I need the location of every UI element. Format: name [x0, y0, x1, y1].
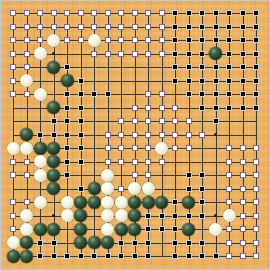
white-territory-marker[interactable]	[64, 10, 70, 16]
white-territory-marker[interactable]	[145, 118, 151, 124]
white-territory-marker[interactable]	[253, 172, 259, 178]
black-territory-marker[interactable]	[91, 91, 97, 97]
white-stone[interactable]	[61, 196, 74, 209]
black-territory-marker[interactable]	[145, 226, 151, 232]
white-territory-marker[interactable]	[132, 10, 138, 16]
black-stone[interactable]	[20, 236, 33, 249]
white-territory-marker[interactable]	[91, 10, 97, 16]
black-stone[interactable]	[115, 223, 128, 236]
white-territory-marker[interactable]	[253, 226, 259, 232]
black-territory-marker[interactable]	[105, 91, 111, 97]
black-stone[interactable]	[101, 236, 114, 249]
white-territory-marker[interactable]	[105, 24, 111, 30]
black-stone[interactable]	[20, 250, 33, 263]
black-territory-marker[interactable]	[159, 213, 165, 219]
black-territory-marker[interactable]	[240, 51, 246, 57]
white-stone[interactable]	[101, 209, 114, 222]
black-stone[interactable]	[155, 196, 168, 209]
white-territory-marker[interactable]	[118, 132, 124, 138]
white-territory-marker[interactable]	[78, 10, 84, 16]
white-territory-marker[interactable]	[118, 145, 124, 151]
white-territory-marker[interactable]	[118, 24, 124, 30]
black-territory-marker[interactable]	[64, 91, 70, 97]
white-stone[interactable]	[115, 209, 128, 222]
black-territory-marker[interactable]	[51, 132, 57, 138]
white-territory-marker[interactable]	[132, 172, 138, 178]
white-territory-marker[interactable]	[10, 37, 16, 43]
white-territory-marker[interactable]	[132, 51, 138, 57]
white-territory-marker[interactable]	[186, 132, 192, 138]
white-stone[interactable]	[34, 88, 47, 101]
black-territory-marker[interactable]	[78, 253, 84, 259]
black-territory-marker[interactable]	[145, 213, 151, 219]
black-territory-marker[interactable]	[199, 213, 205, 219]
white-territory-marker[interactable]	[172, 145, 178, 151]
white-stone[interactable]	[223, 209, 236, 222]
white-stone[interactable]	[101, 196, 114, 209]
black-territory-marker[interactable]	[213, 91, 219, 97]
white-territory-marker[interactable]	[132, 132, 138, 138]
black-territory-marker[interactable]	[199, 10, 205, 16]
white-territory-marker[interactable]	[159, 118, 165, 124]
white-stone[interactable]	[115, 196, 128, 209]
white-territory-marker[interactable]	[37, 10, 43, 16]
white-territory-marker[interactable]	[253, 253, 259, 259]
white-territory-marker[interactable]	[240, 145, 246, 151]
white-stone[interactable]	[61, 209, 74, 222]
black-stone[interactable]	[142, 196, 155, 209]
black-territory-marker[interactable]	[145, 253, 151, 259]
white-territory-marker[interactable]	[145, 24, 151, 30]
black-stone[interactable]	[47, 142, 60, 155]
black-territory-marker[interactable]	[226, 78, 232, 84]
black-territory-marker[interactable]	[213, 105, 219, 111]
white-territory-marker[interactable]	[10, 213, 16, 219]
black-stone[interactable]	[47, 223, 60, 236]
black-territory-marker[interactable]	[186, 78, 192, 84]
black-stone[interactable]	[47, 101, 60, 114]
black-territory-marker[interactable]	[91, 253, 97, 259]
black-stone[interactable]	[74, 196, 87, 209]
black-territory-marker[interactable]	[226, 37, 232, 43]
white-territory-marker[interactable]	[24, 172, 30, 178]
white-territory-marker[interactable]	[253, 159, 259, 165]
white-stone[interactable]	[101, 182, 114, 195]
black-territory-marker[interactable]	[78, 145, 84, 151]
white-territory-marker[interactable]	[24, 199, 30, 205]
white-territory-marker[interactable]	[10, 51, 16, 57]
black-stone[interactable]	[34, 223, 47, 236]
white-territory-marker[interactable]	[159, 37, 165, 43]
star-point	[52, 52, 55, 55]
black-territory-marker[interactable]	[213, 253, 219, 259]
white-territory-marker[interactable]	[105, 10, 111, 16]
black-stone[interactable]	[74, 236, 87, 249]
black-territory-marker[interactable]	[226, 24, 232, 30]
black-territory-marker[interactable]	[172, 64, 178, 70]
white-territory-marker[interactable]	[253, 186, 259, 192]
black-territory-marker[interactable]	[64, 64, 70, 70]
white-territory-marker[interactable]	[145, 159, 151, 165]
white-territory-marker[interactable]	[10, 91, 16, 97]
black-stone[interactable]	[47, 155, 60, 168]
white-stone[interactable]	[155, 142, 168, 155]
black-stone[interactable]	[88, 182, 101, 195]
black-territory-marker[interactable]	[253, 105, 259, 111]
white-territory-marker[interactable]	[226, 172, 232, 178]
white-stone[interactable]	[34, 169, 47, 182]
white-territory-marker[interactable]	[186, 145, 192, 151]
white-territory-marker[interactable]	[105, 132, 111, 138]
black-territory-marker[interactable]	[172, 213, 178, 219]
white-territory-marker[interactable]	[105, 51, 111, 57]
white-territory-marker[interactable]	[10, 78, 16, 84]
black-territory-marker[interactable]	[226, 64, 232, 70]
black-territory-marker[interactable]	[253, 78, 259, 84]
black-territory-marker[interactable]	[240, 10, 246, 16]
black-territory-marker[interactable]	[64, 145, 70, 151]
black-territory-marker[interactable]	[186, 64, 192, 70]
white-territory-marker[interactable]	[145, 91, 151, 97]
white-territory-marker[interactable]	[132, 118, 138, 124]
black-territory-marker[interactable]	[186, 186, 192, 192]
white-stone[interactable]	[7, 142, 20, 155]
black-territory-marker[interactable]	[186, 213, 192, 219]
black-territory-marker[interactable]	[199, 172, 205, 178]
white-territory-marker[interactable]	[132, 37, 138, 43]
white-territory-marker[interactable]	[105, 159, 111, 165]
white-territory-marker[interactable]	[145, 37, 151, 43]
black-territory-marker[interactable]	[253, 91, 259, 97]
white-territory-marker[interactable]	[10, 172, 16, 178]
black-territory-marker[interactable]	[172, 240, 178, 246]
white-territory-marker[interactable]	[172, 105, 178, 111]
black-territory-marker[interactable]	[199, 78, 205, 84]
star-point	[214, 214, 217, 217]
white-territory-marker[interactable]	[145, 132, 151, 138]
star-point	[214, 133, 217, 136]
white-territory-marker[interactable]	[10, 64, 16, 70]
black-territory-marker[interactable]	[253, 37, 259, 43]
white-territory-marker[interactable]	[240, 186, 246, 192]
white-stone[interactable]	[20, 209, 33, 222]
black-territory-marker[interactable]	[132, 253, 138, 259]
black-stone[interactable]	[34, 142, 47, 155]
white-territory-marker[interactable]	[240, 226, 246, 232]
white-territory-marker[interactable]	[24, 64, 30, 70]
black-stone[interactable]	[47, 61, 60, 74]
white-territory-marker[interactable]	[145, 105, 151, 111]
white-territory-marker[interactable]	[145, 10, 151, 16]
black-territory-marker[interactable]	[186, 24, 192, 30]
star-point	[52, 214, 55, 217]
white-stone[interactable]	[20, 74, 33, 87]
white-territory-marker[interactable]	[64, 24, 70, 30]
white-territory-marker[interactable]	[64, 37, 70, 43]
black-territory-marker[interactable]	[186, 253, 192, 259]
white-territory-marker[interactable]	[159, 159, 165, 165]
white-territory-marker[interactable]	[240, 240, 246, 246]
black-territory-marker[interactable]	[172, 78, 178, 84]
white-territory-marker[interactable]	[118, 51, 124, 57]
black-territory-marker[interactable]	[118, 240, 124, 246]
black-territory-marker[interactable]	[172, 10, 178, 16]
white-territory-marker[interactable]	[172, 132, 178, 138]
black-territory-marker[interactable]	[240, 64, 246, 70]
white-stone[interactable]	[128, 182, 141, 195]
black-territory-marker[interactable]	[51, 253, 57, 259]
black-territory-marker[interactable]	[37, 240, 43, 246]
black-stone[interactable]	[47, 182, 60, 195]
white-territory-marker[interactable]	[240, 172, 246, 178]
white-territory-marker[interactable]	[51, 10, 57, 16]
black-territory-marker[interactable]	[240, 91, 246, 97]
black-territory-marker[interactable]	[213, 24, 219, 30]
black-territory-marker[interactable]	[186, 172, 192, 178]
white-territory-marker[interactable]	[199, 132, 205, 138]
white-territory-marker[interactable]	[24, 159, 30, 165]
white-stone[interactable]	[47, 34, 60, 47]
black-stone[interactable]	[20, 128, 33, 141]
black-territory-marker[interactable]	[253, 64, 259, 70]
white-stone[interactable]	[34, 47, 47, 60]
white-territory-marker[interactable]	[91, 24, 97, 30]
white-territory-marker[interactable]	[78, 37, 84, 43]
black-territory-marker[interactable]	[78, 159, 84, 165]
black-territory-marker[interactable]	[226, 51, 232, 57]
black-territory-marker[interactable]	[253, 10, 259, 16]
black-territory-marker[interactable]	[213, 118, 219, 124]
black-territory-marker[interactable]	[64, 172, 70, 178]
black-territory-marker[interactable]	[199, 253, 205, 259]
white-territory-marker[interactable]	[10, 159, 16, 165]
black-territory-marker[interactable]	[213, 10, 219, 16]
white-territory-marker[interactable]	[226, 145, 232, 151]
white-territory-marker[interactable]	[24, 91, 30, 97]
white-territory-marker[interactable]	[226, 186, 232, 192]
black-territory-marker[interactable]	[118, 253, 124, 259]
black-territory-marker[interactable]	[78, 186, 84, 192]
white-territory-marker[interactable]	[10, 10, 16, 16]
black-territory-marker[interactable]	[64, 118, 70, 124]
black-stone[interactable]	[74, 209, 87, 222]
black-territory-marker[interactable]	[64, 159, 70, 165]
white-territory-marker[interactable]	[37, 24, 43, 30]
black-territory-marker[interactable]	[78, 132, 84, 138]
black-territory-marker[interactable]	[64, 105, 70, 111]
white-territory-marker[interactable]	[186, 118, 192, 124]
white-stone[interactable]	[20, 223, 33, 236]
black-territory-marker[interactable]	[199, 199, 205, 205]
white-territory-marker[interactable]	[24, 51, 30, 57]
white-stone[interactable]	[88, 34, 101, 47]
black-territory-marker[interactable]	[213, 64, 219, 70]
white-territory-marker[interactable]	[118, 118, 124, 124]
white-territory-marker[interactable]	[240, 159, 246, 165]
black-territory-marker[interactable]	[172, 199, 178, 205]
white-territory-marker[interactable]	[226, 253, 232, 259]
black-territory-marker[interactable]	[37, 132, 43, 138]
white-territory-marker[interactable]	[105, 37, 111, 43]
white-territory-marker[interactable]	[226, 226, 232, 232]
white-territory-marker[interactable]	[118, 10, 124, 16]
black-stone[interactable]	[128, 209, 141, 222]
black-territory-marker[interactable]	[78, 118, 84, 124]
black-territory-marker[interactable]	[78, 91, 84, 97]
white-territory-marker[interactable]	[253, 199, 259, 205]
black-territory-marker[interactable]	[64, 132, 70, 138]
white-stone[interactable]	[34, 196, 47, 209]
black-territory-marker[interactable]	[51, 240, 57, 246]
black-territory-marker[interactable]	[51, 118, 57, 124]
white-territory-marker[interactable]	[159, 10, 165, 16]
white-territory-marker[interactable]	[159, 91, 165, 97]
white-territory-marker[interactable]	[145, 172, 151, 178]
white-stone[interactable]	[101, 223, 114, 236]
white-territory-marker[interactable]	[132, 145, 138, 151]
black-territory-marker[interactable]	[172, 37, 178, 43]
white-territory-marker[interactable]	[159, 132, 165, 138]
white-territory-marker[interactable]	[226, 159, 232, 165]
white-territory-marker[interactable]	[10, 199, 16, 205]
white-territory-marker[interactable]	[159, 24, 165, 30]
white-stone[interactable]	[209, 223, 222, 236]
black-territory-marker[interactable]	[199, 37, 205, 43]
white-territory-marker[interactable]	[37, 37, 43, 43]
white-territory-marker[interactable]	[10, 24, 16, 30]
black-stone[interactable]	[182, 223, 195, 236]
black-territory-marker[interactable]	[145, 240, 151, 246]
black-territory-marker[interactable]	[199, 91, 205, 97]
black-stone[interactable]	[74, 223, 87, 236]
black-stone[interactable]	[61, 74, 74, 87]
black-territory-marker[interactable]	[199, 105, 205, 111]
black-territory-marker[interactable]	[213, 37, 219, 43]
white-territory-marker[interactable]	[91, 51, 97, 57]
white-territory-marker[interactable]	[240, 213, 246, 219]
black-stone[interactable]	[47, 169, 60, 182]
black-territory-marker[interactable]	[172, 51, 178, 57]
black-territory-marker[interactable]	[186, 10, 192, 16]
white-territory-marker[interactable]	[132, 159, 138, 165]
white-territory-marker[interactable]	[253, 145, 259, 151]
black-territory-marker[interactable]	[186, 240, 192, 246]
black-territory-marker[interactable]	[199, 240, 205, 246]
white-territory-marker[interactable]	[253, 213, 259, 219]
black-territory-marker[interactable]	[199, 186, 205, 192]
white-territory-marker[interactable]	[51, 24, 57, 30]
black-territory-marker[interactable]	[240, 78, 246, 84]
black-territory-marker[interactable]	[226, 105, 232, 111]
black-territory-marker[interactable]	[199, 24, 205, 30]
white-territory-marker[interactable]	[24, 37, 30, 43]
black-territory-marker[interactable]	[132, 240, 138, 246]
white-stone[interactable]	[142, 182, 155, 195]
white-territory-marker[interactable]	[132, 24, 138, 30]
black-territory-marker[interactable]	[186, 37, 192, 43]
white-territory-marker[interactable]	[226, 240, 232, 246]
go-board[interactable]	[0, 0, 270, 270]
white-territory-marker[interactable]	[253, 240, 259, 246]
white-stone[interactable]	[7, 236, 20, 249]
black-territory-marker[interactable]	[253, 51, 259, 57]
white-territory-marker[interactable]	[105, 145, 111, 151]
white-territory-marker[interactable]	[145, 145, 151, 151]
white-territory-marker[interactable]	[172, 118, 178, 124]
black-territory-marker[interactable]	[240, 105, 246, 111]
black-territory-marker[interactable]	[199, 51, 205, 57]
white-territory-marker[interactable]	[24, 10, 30, 16]
black-territory-marker[interactable]	[186, 91, 192, 97]
white-territory-marker[interactable]	[10, 226, 16, 232]
black-stone[interactable]	[128, 196, 141, 209]
white-territory-marker[interactable]	[118, 186, 124, 192]
black-territory-marker[interactable]	[78, 105, 84, 111]
white-stone[interactable]	[20, 142, 33, 155]
black-territory-marker[interactable]	[159, 226, 165, 232]
black-territory-marker[interactable]	[199, 64, 205, 70]
black-stone[interactable]	[128, 223, 141, 236]
black-territory-marker[interactable]	[172, 253, 178, 259]
black-stone[interactable]	[209, 47, 222, 60]
black-territory-marker[interactable]	[226, 91, 232, 97]
white-territory-marker[interactable]	[118, 159, 124, 165]
black-territory-marker[interactable]	[172, 226, 178, 232]
white-territory-marker[interactable]	[240, 253, 246, 259]
white-territory-marker[interactable]	[118, 37, 124, 43]
white-territory-marker[interactable]	[226, 199, 232, 205]
black-stone[interactable]	[88, 236, 101, 249]
white-stone[interactable]	[34, 155, 47, 168]
white-territory-marker[interactable]	[159, 51, 165, 57]
white-stone[interactable]	[101, 169, 114, 182]
black-territory-marker[interactable]	[64, 253, 70, 259]
black-territory-marker[interactable]	[37, 253, 43, 259]
black-territory-marker[interactable]	[186, 51, 192, 57]
black-territory-marker[interactable]	[78, 78, 84, 84]
white-territory-marker[interactable]	[24, 24, 30, 30]
black-territory-marker[interactable]	[240, 37, 246, 43]
white-territory-marker[interactable]	[240, 199, 246, 205]
black-territory-marker[interactable]	[253, 24, 259, 30]
black-stone[interactable]	[182, 196, 195, 209]
white-territory-marker[interactable]	[159, 105, 165, 111]
black-stone[interactable]	[88, 196, 101, 209]
black-territory-marker[interactable]	[226, 10, 232, 16]
black-territory-marker[interactable]	[213, 78, 219, 84]
black-stone[interactable]	[7, 250, 20, 263]
black-territory-marker[interactable]	[105, 253, 111, 259]
black-territory-marker[interactable]	[240, 24, 246, 30]
white-territory-marker[interactable]	[132, 105, 138, 111]
white-territory-marker[interactable]	[145, 51, 151, 57]
black-territory-marker[interactable]	[172, 24, 178, 30]
white-territory-marker[interactable]	[78, 24, 84, 30]
